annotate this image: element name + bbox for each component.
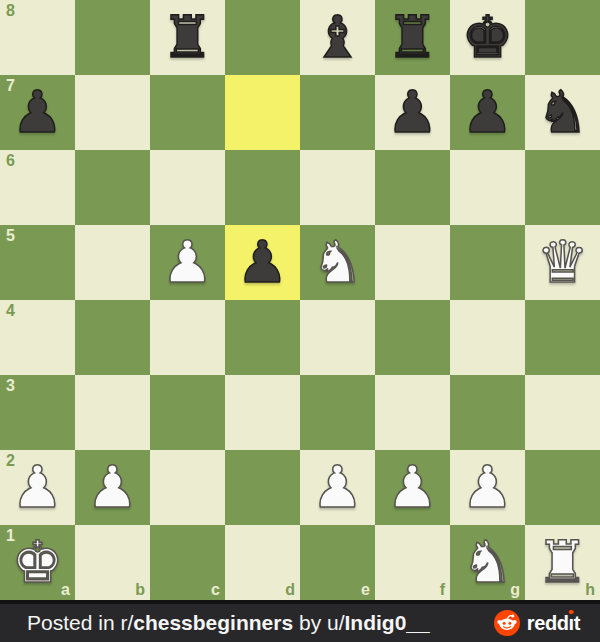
square-a3[interactable]: 3 [0, 375, 75, 450]
square-d4[interactable] [225, 300, 300, 375]
square-d5[interactable]: ♟ [225, 225, 300, 300]
username: Indig0__ [345, 611, 430, 634]
piece-black-rook[interactable]: ♜ [162, 0, 214, 75]
square-f2[interactable]: ♟ [375, 450, 450, 525]
file-label-h: h [585, 582, 595, 598]
file-label-b: b [135, 582, 145, 598]
square-b4[interactable] [75, 300, 150, 375]
square-h1[interactable]: h♜ [525, 525, 600, 600]
file-label-f: f [440, 582, 445, 598]
square-f8[interactable]: ♜ [375, 0, 450, 75]
piece-black-bishop[interactable]: ♝ [312, 0, 364, 75]
square-a5[interactable]: 5 [0, 225, 75, 300]
square-a2[interactable]: 2♟ [0, 450, 75, 525]
square-b5[interactable] [75, 225, 150, 300]
square-c8[interactable]: ♜ [150, 0, 225, 75]
square-f3[interactable] [375, 375, 450, 450]
subreddit-name: chessbeginners [133, 611, 293, 634]
chess-board[interactable]: 8♜♝♜♚7♟♟♟♞65♟♟♞♛432♟♟♟♟♟1a♚bcdefg♞h♜ [0, 0, 600, 600]
square-b3[interactable] [75, 375, 150, 450]
square-a8[interactable]: 8 [0, 0, 75, 75]
post-caption: Posted in r/chessbeginners by u/Indig0__ [27, 611, 430, 635]
caption-bar: Posted in r/chessbeginners by u/Indig0__… [0, 600, 600, 642]
square-b7[interactable] [75, 75, 150, 150]
square-h5[interactable]: ♛ [525, 225, 600, 300]
square-c5[interactable]: ♟ [150, 225, 225, 300]
piece-black-knight[interactable]: ♞ [537, 75, 589, 150]
square-h8[interactable] [525, 0, 600, 75]
square-g4[interactable] [450, 300, 525, 375]
square-g7[interactable]: ♟ [450, 75, 525, 150]
file-label-g: g [510, 582, 520, 598]
piece-white-king[interactable]: ♚ [12, 525, 64, 600]
caption-middle: by u/ [293, 611, 344, 634]
square-d7[interactable] [225, 75, 300, 150]
rank-label-8: 8 [6, 3, 15, 19]
piece-white-pawn[interactable]: ♟ [387, 450, 439, 525]
piece-white-queen[interactable]: ♛ [537, 225, 589, 300]
screenshot-root: 8♜♝♜♚7♟♟♟♞65♟♟♞♛432♟♟♟♟♟1a♚bcdefg♞h♜ Pos… [0, 0, 600, 642]
square-e8[interactable]: ♝ [300, 0, 375, 75]
square-a4[interactable]: 4 [0, 300, 75, 375]
square-f6[interactable] [375, 150, 450, 225]
square-h3[interactable] [525, 375, 600, 450]
square-c6[interactable] [150, 150, 225, 225]
square-a1[interactable]: 1a♚ [0, 525, 75, 600]
square-f7[interactable]: ♟ [375, 75, 450, 150]
piece-white-pawn[interactable]: ♟ [462, 450, 514, 525]
square-e7[interactable] [300, 75, 375, 150]
square-b2[interactable]: ♟ [75, 450, 150, 525]
rank-label-4: 4 [6, 303, 15, 319]
square-h6[interactable] [525, 150, 600, 225]
piece-white-rook[interactable]: ♜ [537, 525, 589, 600]
piece-black-king[interactable]: ♚ [462, 0, 514, 75]
caption-prefix: Posted in r/ [27, 611, 133, 634]
square-f4[interactable] [375, 300, 450, 375]
square-g8[interactable]: ♚ [450, 0, 525, 75]
square-d2[interactable] [225, 450, 300, 525]
square-h4[interactable] [525, 300, 600, 375]
rank-label-6: 6 [6, 153, 15, 169]
reddit-logo: reddıt [494, 610, 580, 636]
square-a6[interactable]: 6 [0, 150, 75, 225]
square-e1[interactable]: e [300, 525, 375, 600]
square-d3[interactable] [225, 375, 300, 450]
square-c4[interactable] [150, 300, 225, 375]
piece-white-knight[interactable]: ♞ [312, 225, 364, 300]
square-a7[interactable]: 7♟ [0, 75, 75, 150]
file-label-d: d [285, 582, 295, 598]
square-g6[interactable] [450, 150, 525, 225]
piece-white-pawn[interactable]: ♟ [87, 450, 139, 525]
piece-black-pawn[interactable]: ♟ [387, 75, 439, 150]
square-c1[interactable]: c [150, 525, 225, 600]
piece-white-pawn[interactable]: ♟ [312, 450, 364, 525]
file-label-e: e [361, 582, 370, 598]
square-e2[interactable]: ♟ [300, 450, 375, 525]
piece-white-pawn[interactable]: ♟ [162, 225, 214, 300]
rank-label-5: 5 [6, 228, 15, 244]
square-e4[interactable] [300, 300, 375, 375]
reddit-snoo-icon [494, 610, 520, 636]
square-h2[interactable] [525, 450, 600, 525]
square-f1[interactable]: f [375, 525, 450, 600]
square-e3[interactable] [300, 375, 375, 450]
reddit-wordmark: reddıt [527, 613, 580, 633]
square-g1[interactable]: g♞ [450, 525, 525, 600]
square-d1[interactable]: d [225, 525, 300, 600]
piece-white-knight[interactable]: ♞ [462, 525, 514, 600]
square-c2[interactable] [150, 450, 225, 525]
piece-black-pawn[interactable]: ♟ [12, 75, 64, 150]
piece-black-pawn[interactable]: ♟ [237, 225, 289, 300]
square-d8[interactable] [225, 0, 300, 75]
square-b1[interactable]: b [75, 525, 150, 600]
square-e5[interactable]: ♞ [300, 225, 375, 300]
file-label-c: c [211, 582, 220, 598]
rank-label-3: 3 [6, 378, 15, 394]
piece-black-rook[interactable]: ♜ [387, 0, 439, 75]
square-c3[interactable] [150, 375, 225, 450]
square-e6[interactable] [300, 150, 375, 225]
piece-black-pawn[interactable]: ♟ [462, 75, 514, 150]
square-d6[interactable] [225, 150, 300, 225]
square-g2[interactable]: ♟ [450, 450, 525, 525]
square-h7[interactable]: ♞ [525, 75, 600, 150]
square-f5[interactable] [375, 225, 450, 300]
square-g3[interactable] [450, 375, 525, 450]
square-c7[interactable] [150, 75, 225, 150]
piece-white-pawn[interactable]: ♟ [12, 450, 64, 525]
file-label-a: a [61, 582, 70, 598]
square-b8[interactable] [75, 0, 150, 75]
square-g5[interactable] [450, 225, 525, 300]
square-b6[interactable] [75, 150, 150, 225]
